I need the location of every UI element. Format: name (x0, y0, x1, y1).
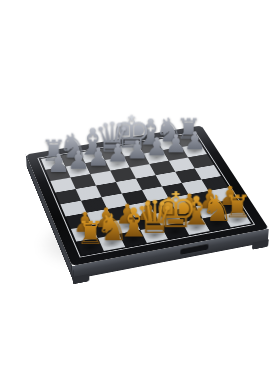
board-scene: ♜♞♝♛♚♝♞♜♟♟♟♟♟♟♟♟♟♟♟♟♟♟♟♟♜♞♝♛♚♝♞♜ (0, 0, 280, 373)
latch[interactable] (180, 244, 208, 255)
square-a1[interactable]: ♜ (76, 238, 103, 255)
piece-gold-rook-a1[interactable]: ♜ (60, 189, 120, 247)
piece-silver-pawn-a7[interactable]: ♟ (31, 121, 86, 174)
foot-front-right (252, 239, 269, 250)
chess-board: ♜♞♝♛♚♝♞♜♟♟♟♟♟♟♟♟♟♟♟♟♟♟♟♟♜♞♝♛♚♝♞♜ (26, 126, 269, 266)
product-photo: ♜♞♝♛♚♝♞♜♟♟♟♟♟♟♟♟♟♟♟♟♟♟♟♟♜♞♝♛♚♝♞♜ (0, 0, 280, 373)
board-grid: ♜♞♝♛♚♝♞♜♟♟♟♟♟♟♟♟♟♟♟♟♟♟♟♟♜♞♝♛♚♝♞♜ (41, 134, 251, 255)
